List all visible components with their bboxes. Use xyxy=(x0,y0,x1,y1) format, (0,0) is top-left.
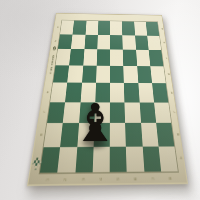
board-square xyxy=(83,49,97,65)
board-square xyxy=(152,83,168,102)
left-coordinate-label: b xyxy=(54,40,57,42)
board-square xyxy=(110,21,122,35)
left-coordinate-label: c xyxy=(51,56,54,58)
board-square xyxy=(97,49,111,65)
board-square xyxy=(84,34,98,49)
board-square xyxy=(97,35,110,50)
right-coordinate-label: g xyxy=(176,133,179,136)
bottom-coordinate-label: 8 xyxy=(168,176,172,179)
board-square xyxy=(125,102,141,123)
board-square xyxy=(122,35,135,50)
photo-background: ♞ US CHESS 12345678abcdefghabcdefgh ♝ xyxy=(0,0,200,200)
right-coordinate-label: a xyxy=(161,28,164,30)
right-coordinate-label: f xyxy=(173,112,176,113)
bottom-coordinate-label: 1 xyxy=(46,177,50,180)
bottom-coordinate-label: 5 xyxy=(117,177,120,180)
bottom-coordinate-label: 2 xyxy=(64,177,68,180)
brand-knight-logo-icon: ♞ xyxy=(52,46,56,50)
board-square xyxy=(156,123,174,146)
board-square xyxy=(146,22,160,36)
bottom-coordinate-label: 7 xyxy=(151,176,155,179)
bottom-coordinate-label: 4 xyxy=(99,177,103,180)
board-square xyxy=(126,146,144,172)
board-square xyxy=(122,21,135,35)
board-square xyxy=(147,35,161,50)
board-square xyxy=(73,21,87,35)
board-square xyxy=(98,21,110,35)
board-square xyxy=(123,66,138,83)
board-square xyxy=(96,65,110,83)
left-coordinate-label: f xyxy=(42,111,45,112)
board-square xyxy=(148,50,163,66)
piece-black-bishop: ♝ xyxy=(72,97,118,149)
right-coordinate-label: b xyxy=(163,42,166,44)
right-coordinate-label: c xyxy=(165,57,168,59)
right-coordinate-label: h xyxy=(179,157,183,160)
bottom-coordinate-label: 6 xyxy=(134,176,138,179)
board-square xyxy=(110,35,123,50)
left-coordinate-label: g xyxy=(39,133,43,136)
board-square xyxy=(82,65,97,83)
board-square xyxy=(154,102,171,123)
board-square xyxy=(110,49,123,65)
bottom-coordinate-label: 3 xyxy=(82,177,86,180)
left-coordinate-label: h xyxy=(35,158,39,161)
board-square xyxy=(124,83,139,102)
board-square xyxy=(125,123,142,146)
right-coordinate-label: e xyxy=(170,91,173,93)
board-square xyxy=(67,65,83,83)
left-coordinate-label: d xyxy=(49,72,52,74)
board-square xyxy=(85,21,98,35)
board-square xyxy=(158,146,177,172)
board-square xyxy=(123,50,137,66)
left-coordinate-label: a xyxy=(56,26,59,28)
board-square xyxy=(71,34,85,49)
board-square xyxy=(69,49,84,65)
right-coordinate-label: d xyxy=(167,73,170,75)
board-square xyxy=(150,66,166,83)
board-square xyxy=(110,65,124,83)
left-coordinate-label: e xyxy=(46,91,49,93)
